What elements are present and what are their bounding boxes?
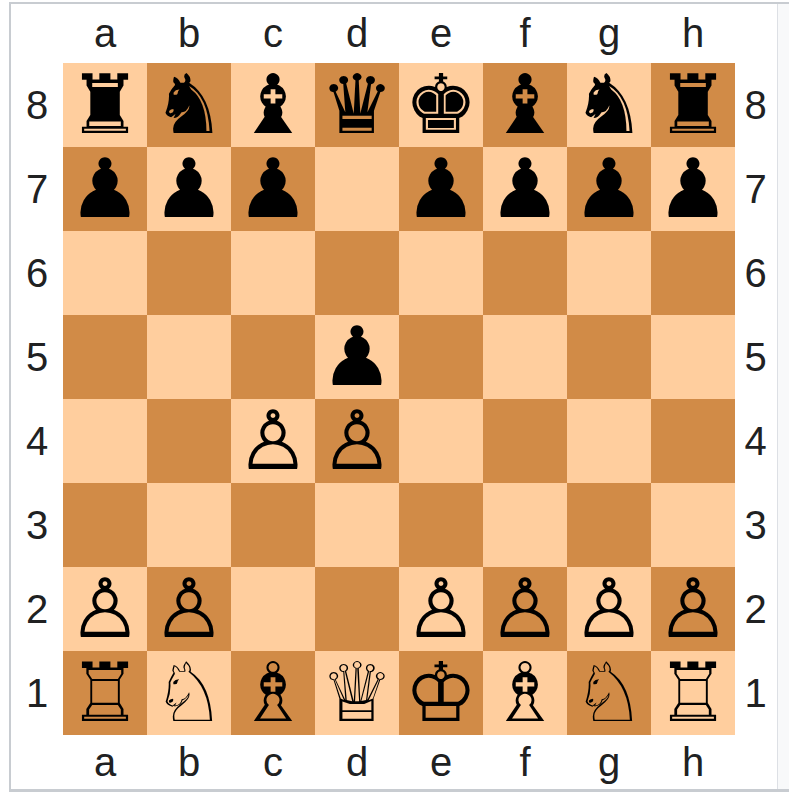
file-label-bottom-c: c [231,735,315,789]
square-b1[interactable]: ♘ [147,651,231,735]
square-h7[interactable]: ♟ [651,147,735,231]
square-b7[interactable]: ♟ [147,147,231,231]
square-h4[interactable] [651,399,735,483]
rank-label-left-7: 7 [11,147,63,231]
black-pawn-e7: ♟ [404,147,478,231]
square-b8[interactable]: ♞ [147,63,231,147]
square-h2[interactable]: ♙ [651,567,735,651]
rank-label-left-6: 6 [11,231,63,315]
square-a5[interactable] [63,315,147,399]
square-g4[interactable] [567,399,651,483]
white-queen-d1: ♕ [320,651,394,735]
square-b4[interactable] [147,399,231,483]
square-e2[interactable]: ♙ [399,567,483,651]
black-pawn-b7: ♟ [152,147,226,231]
square-c4[interactable]: ♙ [231,399,315,483]
black-rook-h8: ♜ [656,63,730,147]
black-bishop-c8: ♝ [236,63,310,147]
square-f6[interactable] [483,231,567,315]
square-a1[interactable]: ♖ [63,651,147,735]
square-d1[interactable]: ♕ [315,651,399,735]
corner-top-right [735,4,776,63]
square-b5[interactable] [147,315,231,399]
rank-label-right-1: 1 [735,651,776,735]
rank-label-left-4: 4 [11,399,63,483]
white-rook-a1: ♖ [68,651,142,735]
square-e1[interactable]: ♔ [399,651,483,735]
square-b2[interactable]: ♙ [147,567,231,651]
right-gutter [777,4,789,789]
square-a3[interactable] [63,483,147,567]
square-c6[interactable] [231,231,315,315]
square-e3[interactable] [399,483,483,567]
square-b6[interactable] [147,231,231,315]
corner-bottom-right [735,735,776,789]
white-pawn-h2: ♙ [656,567,730,651]
file-label-top-h: h [651,4,735,63]
black-knight-g8: ♞ [572,63,646,147]
rank-label-right-4: 4 [735,399,776,483]
rank-label-left-1: 1 [11,651,63,735]
square-e6[interactable] [399,231,483,315]
file-label-bottom-e: e [399,735,483,789]
square-f2[interactable]: ♙ [483,567,567,651]
square-d2[interactable] [315,567,399,651]
white-knight-b1: ♘ [152,651,226,735]
square-c3[interactable] [231,483,315,567]
square-g2[interactable]: ♙ [567,567,651,651]
white-pawn-f2: ♙ [488,567,562,651]
black-king-e8: ♚ [404,63,478,147]
square-g6[interactable] [567,231,651,315]
black-bishop-f8: ♝ [488,63,562,147]
square-c8[interactable]: ♝ [231,63,315,147]
square-g5[interactable] [567,315,651,399]
square-c7[interactable]: ♟ [231,147,315,231]
corner-bottom-left [11,735,63,789]
square-d3[interactable] [315,483,399,567]
square-f4[interactable] [483,399,567,483]
square-d8[interactable]: ♛ [315,63,399,147]
square-g7[interactable]: ♟ [567,147,651,231]
rank-label-right-5: 5 [735,315,776,399]
square-g8[interactable]: ♞ [567,63,651,147]
square-f1[interactable]: ♗ [483,651,567,735]
black-queen-d8: ♛ [320,63,394,147]
rank-label-left-3: 3 [11,483,63,567]
file-label-bottom-g: g [567,735,651,789]
file-label-top-d: d [315,4,399,63]
file-label-top-b: b [147,4,231,63]
white-pawn-b2: ♙ [152,567,226,651]
square-b3[interactable] [147,483,231,567]
white-pawn-a2: ♙ [68,567,142,651]
square-a4[interactable] [63,399,147,483]
black-pawn-d5: ♟ [320,315,394,399]
square-c5[interactable] [231,315,315,399]
rank-label-right-8: 8 [735,63,776,147]
page: abcdefgh8♜♞♝♛♚♝♞♜87♟♟♟♟♟♟♟7665♟54♙♙4332♙… [0,0,789,792]
square-f5[interactable] [483,315,567,399]
file-label-top-e: e [399,4,483,63]
square-d6[interactable] [315,231,399,315]
rank-label-right-2: 2 [735,567,776,651]
white-king-e1: ♔ [404,651,478,735]
rank-label-left-5: 5 [11,315,63,399]
white-pawn-e2: ♙ [404,567,478,651]
rank-label-right-7: 7 [735,147,776,231]
file-label-bottom-h: h [651,735,735,789]
black-pawn-c7: ♟ [236,147,310,231]
rank-label-left-2: 2 [11,567,63,651]
file-label-top-f: f [483,4,567,63]
white-pawn-c4: ♙ [236,399,310,483]
square-a7[interactable]: ♟ [63,147,147,231]
rank-label-right-6: 6 [735,231,776,315]
chess-board-diagram: abcdefgh8♜♞♝♛♚♝♞♜87♟♟♟♟♟♟♟7665♟54♙♙4332♙… [11,4,776,789]
file-label-bottom-d: d [315,735,399,789]
file-label-bottom-a: a [63,735,147,789]
square-a8[interactable]: ♜ [63,63,147,147]
file-label-top-g: g [567,4,651,63]
square-e4[interactable] [399,399,483,483]
white-pawn-g2: ♙ [572,567,646,651]
file-label-top-a: a [63,4,147,63]
square-h6[interactable] [651,231,735,315]
file-label-bottom-f: f [483,735,567,789]
white-bishop-c1: ♗ [236,651,310,735]
file-label-bottom-b: b [147,735,231,789]
square-c2[interactable] [231,567,315,651]
square-d5[interactable]: ♟ [315,315,399,399]
square-e7[interactable]: ♟ [399,147,483,231]
rank-label-left-8: 8 [11,63,63,147]
black-pawn-g7: ♟ [572,147,646,231]
square-g3[interactable] [567,483,651,567]
rank-label-right-3: 3 [735,483,776,567]
square-f7[interactable]: ♟ [483,147,567,231]
square-f3[interactable] [483,483,567,567]
file-label-top-c: c [231,4,315,63]
white-bishop-f1: ♗ [488,651,562,735]
black-knight-b8: ♞ [152,63,226,147]
white-knight-g1: ♘ [572,651,646,735]
square-d7[interactable] [315,147,399,231]
square-c1[interactable]: ♗ [231,651,315,735]
black-pawn-h7: ♟ [656,147,730,231]
square-e5[interactable] [399,315,483,399]
square-h5[interactable] [651,315,735,399]
square-f8[interactable]: ♝ [483,63,567,147]
square-g1[interactable]: ♘ [567,651,651,735]
square-h1[interactable]: ♖ [651,651,735,735]
white-rook-h1: ♖ [656,651,730,735]
black-pawn-a7: ♟ [68,147,142,231]
black-pawn-f7: ♟ [488,147,562,231]
square-h3[interactable] [651,483,735,567]
black-rook-a8: ♜ [68,63,142,147]
square-a2[interactable]: ♙ [63,567,147,651]
white-pawn-d4: ♙ [320,399,394,483]
corner-top-left [11,4,63,63]
square-e8[interactable]: ♚ [399,63,483,147]
square-h8[interactable]: ♜ [651,63,735,147]
square-d4[interactable]: ♙ [315,399,399,483]
square-a6[interactable] [63,231,147,315]
